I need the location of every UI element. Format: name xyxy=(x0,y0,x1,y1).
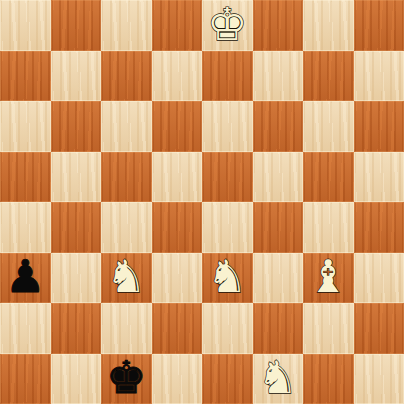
square-a5[interactable] xyxy=(0,152,51,203)
square-h8[interactable] xyxy=(354,0,404,51)
square-b5[interactable] xyxy=(51,152,102,203)
piece-black-king-c1[interactable]: ♚ xyxy=(106,355,146,400)
square-d5[interactable] xyxy=(152,152,203,203)
square-a8[interactable] xyxy=(0,0,51,51)
square-b6[interactable] xyxy=(51,101,102,152)
square-c7[interactable] xyxy=(101,51,152,102)
square-f8[interactable] xyxy=(253,0,304,51)
square-d8[interactable] xyxy=(152,0,203,51)
square-g5[interactable] xyxy=(303,152,354,203)
square-h4[interactable] xyxy=(354,202,404,253)
square-a1[interactable] xyxy=(0,354,51,404)
square-h3[interactable] xyxy=(354,253,404,304)
square-h1[interactable] xyxy=(354,354,404,404)
square-g2[interactable] xyxy=(303,303,354,354)
square-g1[interactable] xyxy=(303,354,354,404)
piece-white-bishop-g3[interactable]: ♝ xyxy=(308,254,348,299)
square-g6[interactable] xyxy=(303,101,354,152)
square-b8[interactable] xyxy=(51,0,102,51)
piece-white-knight-c3[interactable]: ♞ xyxy=(106,254,146,299)
square-f1[interactable]: ♞ xyxy=(253,354,304,404)
square-d3[interactable] xyxy=(152,253,203,304)
square-c5[interactable] xyxy=(101,152,152,203)
chess-board: ♚♟♞♞♝♚♞ xyxy=(0,0,404,404)
piece-white-knight-f1[interactable]: ♞ xyxy=(258,355,298,400)
square-e5[interactable] xyxy=(202,152,253,203)
square-h2[interactable] xyxy=(354,303,404,354)
square-e8[interactable]: ♚ xyxy=(202,0,253,51)
square-e3[interactable]: ♞ xyxy=(202,253,253,304)
square-e7[interactable] xyxy=(202,51,253,102)
square-d7[interactable] xyxy=(152,51,203,102)
square-f6[interactable] xyxy=(253,101,304,152)
square-b2[interactable] xyxy=(51,303,102,354)
square-f7[interactable] xyxy=(253,51,304,102)
square-b3[interactable] xyxy=(51,253,102,304)
square-e4[interactable] xyxy=(202,202,253,253)
square-f4[interactable] xyxy=(253,202,304,253)
square-g4[interactable] xyxy=(303,202,354,253)
square-c3[interactable]: ♞ xyxy=(101,253,152,304)
square-b7[interactable] xyxy=(51,51,102,102)
square-c2[interactable] xyxy=(101,303,152,354)
square-e6[interactable] xyxy=(202,101,253,152)
square-g3[interactable]: ♝ xyxy=(303,253,354,304)
square-f3[interactable] xyxy=(253,253,304,304)
piece-white-knight-e3[interactable]: ♞ xyxy=(207,254,247,299)
square-e2[interactable] xyxy=(202,303,253,354)
square-b4[interactable] xyxy=(51,202,102,253)
square-h5[interactable] xyxy=(354,152,404,203)
square-a4[interactable] xyxy=(0,202,51,253)
square-b1[interactable] xyxy=(51,354,102,404)
square-d4[interactable] xyxy=(152,202,203,253)
square-f5[interactable] xyxy=(253,152,304,203)
square-g8[interactable] xyxy=(303,0,354,51)
square-a2[interactable] xyxy=(0,303,51,354)
piece-white-king-e8[interactable]: ♚ xyxy=(207,2,247,47)
square-c6[interactable] xyxy=(101,101,152,152)
square-c8[interactable] xyxy=(101,0,152,51)
square-d2[interactable] xyxy=(152,303,203,354)
square-a3[interactable]: ♟ xyxy=(0,253,51,304)
square-e1[interactable] xyxy=(202,354,253,404)
piece-black-pawn-a3[interactable]: ♟ xyxy=(5,254,45,299)
square-c4[interactable] xyxy=(101,202,152,253)
square-h7[interactable] xyxy=(354,51,404,102)
square-g7[interactable] xyxy=(303,51,354,102)
square-h6[interactable] xyxy=(354,101,404,152)
square-a6[interactable] xyxy=(0,101,51,152)
square-d1[interactable] xyxy=(152,354,203,404)
square-f2[interactable] xyxy=(253,303,304,354)
square-a7[interactable] xyxy=(0,51,51,102)
chess-board-window: ♚♟♞♞♝♚♞ xyxy=(0,0,404,404)
square-c1[interactable]: ♚ xyxy=(101,354,152,404)
square-d6[interactable] xyxy=(152,101,203,152)
